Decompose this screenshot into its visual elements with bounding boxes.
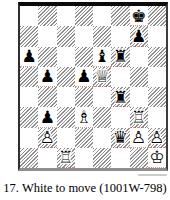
white-bishop-d3: ♗: [75, 107, 93, 127]
square-e1: [93, 148, 111, 168]
square-f6: ♜: [111, 47, 129, 67]
square-h6: [148, 47, 166, 67]
white-bishop-d3-fill: ♝: [75, 107, 93, 127]
square-b3: ♟: [38, 107, 56, 127]
square-g2: ♟♙: [130, 128, 148, 148]
square-c3: [57, 107, 75, 127]
square-e7: [93, 26, 111, 46]
white-queen-e5: ♕: [93, 67, 111, 87]
square-h8: [148, 6, 166, 26]
square-e2: [93, 128, 111, 148]
square-b6: [38, 47, 56, 67]
square-g1: [130, 148, 148, 168]
square-e3: [93, 107, 111, 127]
square-d3: ♝♗: [75, 107, 93, 127]
white-pawn-b2-fill: ♟: [38, 128, 56, 148]
square-f1: [111, 148, 129, 168]
square-c4: [57, 87, 75, 107]
square-h5: [148, 67, 166, 87]
chessboard: ♚♟♟♝♜♟♟♛♕♜♟♝♗♜♖♟♙♛♟♙♟♙♜♖♚♔: [18, 2, 168, 171]
square-h2: ♟♙: [148, 128, 166, 148]
black-rook-f6: ♜: [111, 47, 129, 67]
square-c6: [57, 47, 75, 67]
chess-diagram: ♚♟♟♝♜♟♟♛♕♜♟♝♗♜♖♟♙♛♟♙♟♙♜♖♚♔ 17. White to …: [0, 0, 170, 200]
square-d8: [75, 6, 93, 26]
scan-shadow-mark: [138, 174, 167, 176]
square-g6: [130, 47, 148, 67]
square-e8: [93, 6, 111, 26]
white-king-h1-fill: ♚: [148, 148, 166, 168]
square-b7: [38, 26, 56, 46]
square-h4: [148, 87, 166, 107]
square-d2: [75, 128, 93, 148]
square-h3: [148, 107, 166, 127]
black-pawn-g7: ♟: [130, 26, 148, 46]
square-f8: [111, 6, 129, 26]
white-queen-e5-fill: ♛: [93, 67, 111, 87]
square-d4: [75, 87, 93, 107]
square-f2: ♛: [111, 128, 129, 148]
white-pawn-h2: ♙: [148, 128, 166, 148]
square-f3: [111, 107, 129, 127]
white-rook-g3: ♖: [130, 107, 148, 127]
black-bishop-e6: ♝: [93, 47, 111, 67]
square-g5: [130, 67, 148, 87]
black-pawn-a6: ♟: [20, 47, 38, 67]
white-rook-c1: ♖: [57, 148, 75, 168]
black-queen-f2: ♛: [111, 128, 129, 148]
square-a1: [20, 148, 38, 168]
square-a2: [20, 128, 38, 148]
square-f4: ♜: [111, 87, 129, 107]
square-a4: [20, 87, 38, 107]
square-c2: [57, 128, 75, 148]
black-pawn-b3: ♟: [38, 107, 56, 127]
black-pawn-b5: ♟: [38, 67, 56, 87]
white-rook-g3-fill: ♜: [130, 107, 148, 127]
white-pawn-h2-fill: ♟: [148, 128, 166, 148]
white-pawn-b2: ♙: [38, 128, 56, 148]
square-a7: [20, 26, 38, 46]
square-a8: [20, 6, 38, 26]
square-g8: ♚: [130, 6, 148, 26]
square-g7: ♟: [130, 26, 148, 46]
square-c7: [57, 26, 75, 46]
square-d6: [75, 47, 93, 67]
square-c5: [57, 67, 75, 87]
square-e5: ♛♕: [93, 67, 111, 87]
square-d5: ♟: [75, 67, 93, 87]
square-g3: ♜♖: [130, 107, 148, 127]
square-c8: [57, 6, 75, 26]
square-f7: [111, 26, 129, 46]
square-a5: [20, 67, 38, 87]
square-a6: ♟: [20, 47, 38, 67]
white-pawn-g2: ♙: [130, 128, 148, 148]
white-king-h1: ♔: [148, 148, 166, 168]
diagram-caption: 17. White to move (1001W-798): [0, 181, 170, 195]
black-rook-f4: ♜: [111, 87, 129, 107]
square-e4: [93, 87, 111, 107]
square-b5: ♟: [38, 67, 56, 87]
square-b1: [38, 148, 56, 168]
square-e6: ♝: [93, 47, 111, 67]
square-h1: ♚♔: [148, 148, 166, 168]
white-rook-c1-fill: ♜: [57, 148, 75, 168]
square-g4: [130, 87, 148, 107]
square-b8: [38, 6, 56, 26]
square-h7: [148, 26, 166, 46]
square-a3: [20, 107, 38, 127]
square-d1: [75, 148, 93, 168]
square-b2: ♟♙: [38, 128, 56, 148]
square-b4: [38, 87, 56, 107]
square-f5: [111, 67, 129, 87]
black-pawn-d5: ♟: [75, 67, 93, 87]
square-d7: [75, 26, 93, 46]
white-pawn-g2-fill: ♟: [130, 128, 148, 148]
square-c1: ♜♖: [57, 148, 75, 168]
black-king-g8: ♚: [130, 6, 148, 26]
